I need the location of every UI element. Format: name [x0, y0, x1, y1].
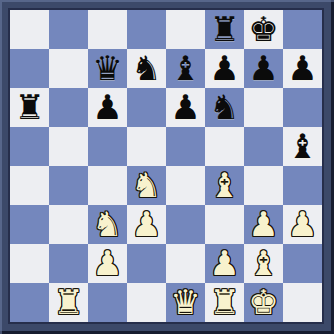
square-c2[interactable]: ♟	[88, 244, 127, 283]
square-a3[interactable]	[10, 205, 49, 244]
black-knight[interactable]: ♞	[131, 49, 161, 88]
square-a6[interactable]: ♜	[10, 88, 49, 127]
square-g2[interactable]: ♝	[244, 244, 283, 283]
square-f1[interactable]: ♜	[205, 283, 244, 322]
square-g8[interactable]: ♚	[244, 10, 283, 49]
black-pawn[interactable]: ♟	[170, 88, 200, 127]
square-h8[interactable]	[283, 10, 322, 49]
square-a7[interactable]	[10, 49, 49, 88]
black-king[interactable]: ♚	[248, 10, 278, 49]
square-h6[interactable]	[283, 88, 322, 127]
square-c8[interactable]	[88, 10, 127, 49]
black-queen[interactable]: ♛	[92, 49, 122, 88]
square-f6[interactable]: ♞	[205, 88, 244, 127]
square-h2[interactable]	[283, 244, 322, 283]
square-c7[interactable]: ♛	[88, 49, 127, 88]
square-c4[interactable]	[88, 166, 127, 205]
square-g5[interactable]	[244, 127, 283, 166]
square-b2[interactable]	[49, 244, 88, 283]
black-pawn[interactable]: ♟	[248, 49, 278, 88]
black-knight[interactable]: ♞	[209, 88, 239, 127]
square-h5[interactable]: ♝	[283, 127, 322, 166]
square-g4[interactable]	[244, 166, 283, 205]
square-e1[interactable]: ♛	[166, 283, 205, 322]
square-d8[interactable]	[127, 10, 166, 49]
white-knight[interactable]: ♞	[131, 166, 161, 205]
black-pawn[interactable]: ♟	[92, 88, 122, 127]
square-b8[interactable]	[49, 10, 88, 49]
white-bishop[interactable]: ♝	[209, 166, 239, 205]
square-b5[interactable]	[49, 127, 88, 166]
square-c5[interactable]	[88, 127, 127, 166]
square-g7[interactable]: ♟	[244, 49, 283, 88]
square-g1[interactable]: ♚	[244, 283, 283, 322]
square-g3[interactable]: ♟	[244, 205, 283, 244]
square-f2[interactable]: ♟	[205, 244, 244, 283]
square-e6[interactable]: ♟	[166, 88, 205, 127]
square-e2[interactable]	[166, 244, 205, 283]
white-bishop[interactable]: ♝	[248, 244, 278, 283]
square-b3[interactable]	[49, 205, 88, 244]
square-e5[interactable]	[166, 127, 205, 166]
square-h1[interactable]	[283, 283, 322, 322]
square-h3[interactable]: ♟	[283, 205, 322, 244]
square-a1[interactable]	[10, 283, 49, 322]
square-d1[interactable]	[127, 283, 166, 322]
white-rook[interactable]: ♜	[53, 283, 83, 322]
square-b1[interactable]: ♜	[49, 283, 88, 322]
square-f5[interactable]	[205, 127, 244, 166]
square-a8[interactable]	[10, 10, 49, 49]
square-d2[interactable]	[127, 244, 166, 283]
board-frame: ♜♚♛♞♝♟♟♟♜♟♟♞♝♞♝♞♟♟♟♟♟♝♜♛♜♚	[0, 0, 334, 334]
white-knight[interactable]: ♞	[92, 205, 122, 244]
square-c6[interactable]: ♟	[88, 88, 127, 127]
square-e8[interactable]	[166, 10, 205, 49]
square-a4[interactable]	[10, 166, 49, 205]
square-d3[interactable]: ♟	[127, 205, 166, 244]
square-d4[interactable]: ♞	[127, 166, 166, 205]
white-pawn[interactable]: ♟	[131, 205, 161, 244]
square-c1[interactable]	[88, 283, 127, 322]
square-f3[interactable]	[205, 205, 244, 244]
square-f8[interactable]: ♜	[205, 10, 244, 49]
white-queen[interactable]: ♛	[170, 283, 200, 322]
square-d5[interactable]	[127, 127, 166, 166]
white-pawn[interactable]: ♟	[248, 205, 278, 244]
black-pawn[interactable]: ♟	[209, 49, 239, 88]
square-b4[interactable]	[49, 166, 88, 205]
black-bishop[interactable]: ♝	[170, 49, 200, 88]
square-c3[interactable]: ♞	[88, 205, 127, 244]
square-e3[interactable]	[166, 205, 205, 244]
square-h4[interactable]	[283, 166, 322, 205]
black-pawn[interactable]: ♟	[287, 49, 317, 88]
black-rook[interactable]: ♜	[14, 88, 44, 127]
square-h7[interactable]: ♟	[283, 49, 322, 88]
square-f4[interactable]: ♝	[205, 166, 244, 205]
square-f7[interactable]: ♟	[205, 49, 244, 88]
square-e7[interactable]: ♝	[166, 49, 205, 88]
white-rook[interactable]: ♜	[209, 283, 239, 322]
black-bishop[interactable]: ♝	[287, 127, 317, 166]
white-pawn[interactable]: ♟	[209, 244, 239, 283]
square-g6[interactable]	[244, 88, 283, 127]
white-king[interactable]: ♚	[248, 283, 278, 322]
square-a2[interactable]	[10, 244, 49, 283]
white-pawn[interactable]: ♟	[92, 244, 122, 283]
chess-board: ♜♚♛♞♝♟♟♟♜♟♟♞♝♞♝♞♟♟♟♟♟♝♜♛♜♚	[10, 10, 322, 322]
square-d6[interactable]	[127, 88, 166, 127]
square-d7[interactable]: ♞	[127, 49, 166, 88]
square-a5[interactable]	[10, 127, 49, 166]
black-rook[interactable]: ♜	[209, 10, 239, 49]
square-e4[interactable]	[166, 166, 205, 205]
square-b6[interactable]	[49, 88, 88, 127]
white-pawn[interactable]: ♟	[287, 205, 317, 244]
square-b7[interactable]	[49, 49, 88, 88]
